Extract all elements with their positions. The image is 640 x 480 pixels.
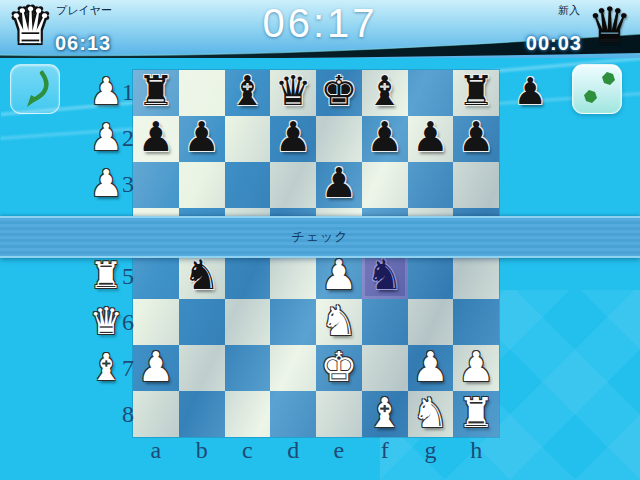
square-d5[interactable]	[270, 254, 316, 300]
square-d3[interactable]	[270, 162, 316, 208]
black-queen-crown-icon: ♛	[587, 0, 632, 52]
square-a6[interactable]	[133, 299, 179, 345]
black-knight-f5[interactable]: ♞	[366, 255, 403, 296]
undo-arrow-icon	[11, 65, 59, 113]
square-b6[interactable]	[179, 299, 225, 345]
right-player-clock: 00:03	[526, 32, 582, 55]
black-queen-d1[interactable]: ♛	[275, 71, 312, 112]
square-e7[interactable]: ♚	[316, 345, 362, 391]
square-h5[interactable]	[453, 254, 499, 300]
black-pawn-e3[interactable]: ♟	[320, 163, 357, 204]
black-pawn-g2[interactable]: ♟	[412, 117, 449, 158]
white-pawn-e5[interactable]: ♟	[320, 255, 357, 296]
right-player-name: 新入	[558, 3, 580, 18]
black-pawn-h2[interactable]: ♟	[458, 117, 495, 158]
square-h1[interactable]: ♜	[453, 70, 499, 116]
file-label-h: h	[453, 437, 499, 464]
square-f6[interactable]	[362, 299, 408, 345]
left-player-clock: 06:13	[55, 32, 111, 55]
square-f5[interactable]: ♞	[362, 254, 408, 300]
square-b3[interactable]	[179, 162, 225, 208]
square-a7[interactable]: ♟	[133, 345, 179, 391]
square-g3[interactable]	[408, 162, 454, 208]
captured-white-rook: ♜	[84, 253, 128, 299]
square-a1[interactable]: ♜	[133, 70, 179, 116]
black-bishop-f1[interactable]: ♝	[366, 71, 403, 112]
square-h6[interactable]	[453, 299, 499, 345]
square-f3[interactable]	[362, 162, 408, 208]
square-g1[interactable]	[408, 70, 454, 116]
square-h8[interactable]: ♜	[453, 391, 499, 437]
file-label-e: e	[316, 437, 362, 464]
captured-white-bishop: ♝	[84, 344, 128, 390]
square-d1[interactable]: ♛	[270, 70, 316, 116]
white-rook-h8[interactable]: ♜	[458, 393, 495, 434]
square-e1[interactable]: ♚	[316, 70, 362, 116]
square-g6[interactable]	[408, 299, 454, 345]
black-knight-b5[interactable]: ♞	[183, 255, 220, 296]
file-label-f: f	[362, 437, 408, 464]
white-bishop-f8[interactable]: ♝	[366, 393, 403, 434]
white-king-e7[interactable]: ♚	[320, 347, 357, 388]
square-f1[interactable]: ♝	[362, 70, 408, 116]
square-a5[interactable]	[133, 254, 179, 300]
top-bar: 06:17 ♛ ♛ プレイヤー 新入 06:13 00:03	[0, 0, 640, 58]
black-bishop-c1[interactable]: ♝	[229, 71, 266, 112]
white-knight-e6[interactable]: ♞	[320, 301, 357, 342]
square-f2[interactable]: ♟	[362, 116, 408, 162]
square-c3[interactable]	[225, 162, 271, 208]
square-h2[interactable]: ♟	[453, 116, 499, 162]
square-c8[interactable]	[225, 391, 271, 437]
square-e6[interactable]: ♞	[316, 299, 362, 345]
square-b2[interactable]: ♟	[179, 116, 225, 162]
square-b1[interactable]	[179, 70, 225, 116]
white-pawn-a7[interactable]: ♟	[137, 347, 174, 388]
file-label-b: b	[179, 437, 225, 464]
captured-white-pawn: ♟	[84, 69, 128, 115]
square-h7[interactable]: ♟	[453, 345, 499, 391]
square-c1[interactable]: ♝	[225, 70, 271, 116]
captured-white-pawn: ♟	[84, 161, 128, 207]
square-g8[interactable]: ♞	[408, 391, 454, 437]
left-player-name: プレイヤー	[56, 3, 112, 18]
file-label-c: c	[225, 437, 271, 464]
black-pawn-b2[interactable]: ♟	[183, 117, 220, 158]
square-d6[interactable]	[270, 299, 316, 345]
check-banner-text: チェック	[291, 228, 348, 246]
black-rook-h1[interactable]: ♜	[458, 71, 495, 112]
square-d2[interactable]: ♟	[270, 116, 316, 162]
white-knight-g8[interactable]: ♞	[412, 393, 449, 434]
captured-white-queen: ♛	[84, 298, 128, 344]
white-pawn-h7[interactable]: ♟	[458, 347, 495, 388]
file-label-g: g	[408, 437, 454, 464]
square-b8[interactable]	[179, 391, 225, 437]
captured-white-pawn: ♟	[84, 115, 128, 161]
square-b7[interactable]	[179, 345, 225, 391]
square-f7[interactable]	[362, 345, 408, 391]
white-queen-crown-icon: ♛	[8, 0, 53, 52]
square-a8[interactable]	[133, 391, 179, 437]
square-e8[interactable]	[316, 391, 362, 437]
square-c7[interactable]	[225, 345, 271, 391]
square-f8[interactable]: ♝	[362, 391, 408, 437]
file-label-d: d	[270, 437, 316, 464]
square-g7[interactable]: ♟	[408, 345, 454, 391]
square-a3[interactable]	[133, 162, 179, 208]
square-h3[interactable]	[453, 162, 499, 208]
file-labels: abcdefgh	[133, 437, 499, 463]
wrench-icon	[573, 65, 621, 113]
square-b5[interactable]: ♞	[179, 254, 225, 300]
square-c2[interactable]	[225, 116, 271, 162]
black-rook-a1[interactable]: ♜	[137, 71, 174, 112]
square-g5[interactable]	[408, 254, 454, 300]
square-e2[interactable]	[316, 116, 362, 162]
file-label-a: a	[133, 437, 179, 464]
black-pawn-f2[interactable]: ♟	[366, 117, 403, 158]
square-e3[interactable]: ♟	[316, 162, 362, 208]
black-king-e1[interactable]: ♚	[320, 71, 357, 112]
square-c5[interactable]	[225, 254, 271, 300]
captured-black-pawn: ♟	[508, 69, 552, 115]
square-d7[interactable]	[270, 345, 316, 391]
square-d8[interactable]	[270, 391, 316, 437]
square-g2[interactable]: ♟	[408, 116, 454, 162]
white-pawn-g7[interactable]: ♟	[412, 347, 449, 388]
black-pawn-a2[interactable]: ♟	[137, 117, 174, 158]
settings-button[interactable]	[572, 64, 622, 114]
square-e5[interactable]: ♟	[316, 254, 362, 300]
app-window: 06:17 ♛ ♛ プレイヤー 新入 06:13 00:03 12345678 …	[0, 0, 640, 480]
undo-button[interactable]	[10, 64, 60, 114]
black-pawn-d2[interactable]: ♟	[275, 117, 312, 158]
square-c6[interactable]	[225, 299, 271, 345]
square-a2[interactable]: ♟	[133, 116, 179, 162]
check-banner: チェック	[0, 216, 640, 258]
